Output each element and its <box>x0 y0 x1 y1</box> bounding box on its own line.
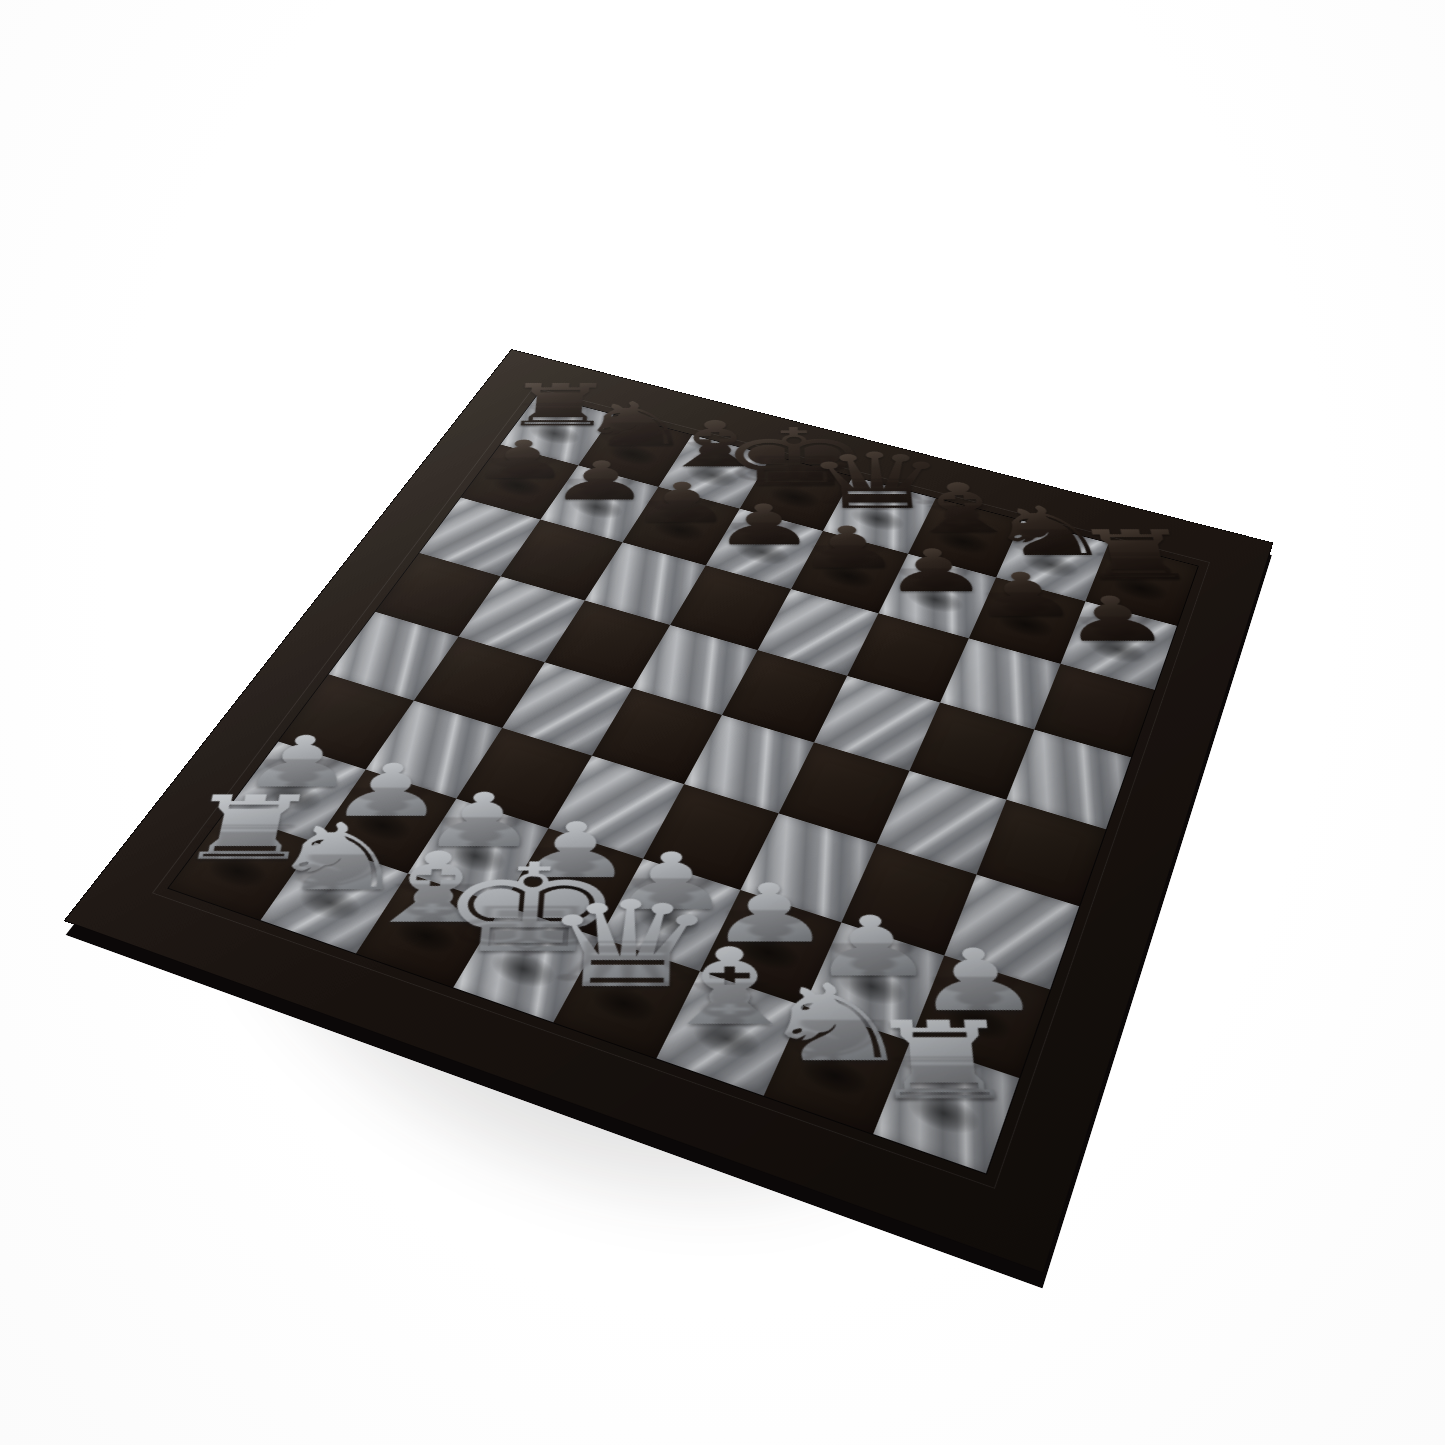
piece-reflection: ♟ <box>707 903 834 948</box>
piece-reflection: ♚ <box>429 895 626 964</box>
knight-glyph: ♞ <box>755 970 918 1077</box>
rook-glyph: ♜ <box>1067 522 1206 590</box>
piece-contact-shadow <box>371 902 479 969</box>
pawn-glyph: ♟ <box>807 905 940 988</box>
piece-reflection: ♟ <box>608 871 734 915</box>
piece-contact-shadow <box>277 871 384 936</box>
piece-reflection: ♞ <box>755 1010 917 1070</box>
bishop-glyph: ♝ <box>350 839 516 937</box>
square-c1[interactable]: ♝♝ <box>657 971 804 1096</box>
knight-glyph: ♞ <box>258 811 421 904</box>
piece-contact-shadow <box>817 952 926 1022</box>
piece-contact-shadow <box>714 919 822 987</box>
piece-contact-shadow <box>423 825 527 888</box>
square-a1[interactable]: ♜♜ <box>873 1041 1019 1173</box>
square-d2[interactable]: ♟♟ <box>600 858 741 971</box>
chess-board: ♜♜♞♞♝♝♚♚♛♛♝♝♞♞♜♜♟♟♟♟♟♟♟♟♟♟♟♟♟♟♟♟♟♟♟♟♟♟♟♟… <box>65 350 1272 1272</box>
square-b3[interactable] <box>841 844 976 955</box>
pawn-glyph: ♟ <box>707 873 835 954</box>
piece-contact-shadow <box>185 840 291 904</box>
piece-contact-shadow <box>923 986 1033 1058</box>
square-e1[interactable]: ♚♚ <box>453 905 600 1023</box>
square-f2[interactable]: ♟♟ <box>408 798 549 905</box>
square-b2[interactable]: ♟♟ <box>804 922 945 1041</box>
square-b5[interactable] <box>909 702 1034 799</box>
square-a3[interactable] <box>944 875 1079 989</box>
piece-contact-shadow <box>469 935 578 1004</box>
square-b4[interactable] <box>876 771 1006 875</box>
piece-reflection: ♛ <box>533 931 720 998</box>
king-glyph: ♚ <box>428 848 628 970</box>
pawn-glyph: ♟ <box>510 812 637 889</box>
queen-glyph: ♛ <box>533 885 721 1005</box>
piece-reflection: ♞ <box>259 846 416 898</box>
pawn-glyph: ♟ <box>1054 589 1176 651</box>
photo-backdrop: ♜♜♞♞♝♝♚♚♛♛♝♝♞♞♜♜♟♟♟♟♟♟♟♟♟♟♟♟♟♟♟♟♟♟♟♟♟♟♟♟… <box>0 0 1445 1445</box>
square-g1[interactable]: ♞♞ <box>261 842 408 953</box>
square-b1[interactable]: ♞♞ <box>763 1006 910 1134</box>
piece-reflection: ♜ <box>863 1047 1026 1107</box>
square-d3[interactable] <box>643 784 778 889</box>
pawn-glyph: ♟ <box>607 842 733 921</box>
square-a2[interactable]: ♟♟ <box>910 955 1050 1078</box>
piece-reflection: ♟ <box>911 969 1046 1017</box>
piece-contact-shadow <box>672 1003 784 1076</box>
piece-contact-shadow <box>887 1075 1001 1153</box>
square-c3[interactable] <box>741 814 876 922</box>
bishop-glyph: ♝ <box>648 934 811 1041</box>
square-f1[interactable]: ♝♝ <box>356 873 503 987</box>
board-squares: ♜♜♞♞♝♝♚♚♛♛♝♝♞♞♜♜♟♟♟♟♟♟♟♟♟♟♟♟♟♟♟♟♟♟♟♟♟♟♟♟… <box>167 394 1199 1175</box>
piece-contact-shadow <box>517 856 622 921</box>
piece-contact-shadow <box>614 887 721 953</box>
piece-reflection: ♜ <box>170 817 323 866</box>
square-d4[interactable] <box>684 715 814 814</box>
square-d1[interactable]: ♛♛ <box>553 937 700 1058</box>
rook-glyph: ♜ <box>861 1007 1027 1115</box>
square-a5[interactable] <box>1006 729 1131 829</box>
square-c2[interactable]: ♟♟ <box>700 890 841 1006</box>
rook-glyph: ♜ <box>168 784 328 872</box>
pawn-glyph: ♟ <box>908 938 1046 1024</box>
piece-reflection: ♝ <box>351 876 512 931</box>
piece-reflection: ♝ <box>649 974 812 1033</box>
piece-contact-shadow <box>778 1038 891 1114</box>
square-a4[interactable] <box>976 800 1106 907</box>
scene: ♜♜♞♞♝♝♚♚♛♛♝♝♞♞♜♜♟♟♟♟♟♟♟♟♟♟♟♟♟♟♟♟♟♟♟♟♟♟♟♟… <box>0 0 1445 1445</box>
piece-reflection: ♟ <box>808 935 939 981</box>
square-c4[interactable] <box>779 742 909 843</box>
piece-contact-shadow <box>569 968 680 1039</box>
square-h1[interactable]: ♜♜ <box>169 812 316 920</box>
